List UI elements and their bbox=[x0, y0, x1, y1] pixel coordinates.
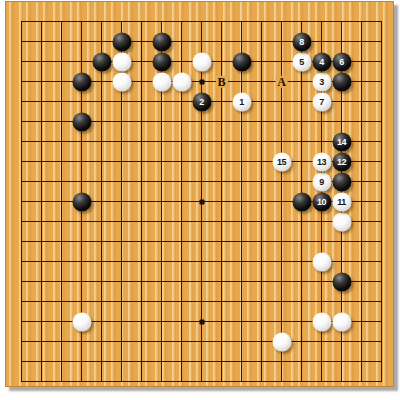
move-number: 6 bbox=[339, 57, 344, 66]
stone-white bbox=[332, 312, 351, 331]
star-point bbox=[199, 319, 204, 324]
stone-white bbox=[332, 212, 351, 231]
grid-line-horizontal bbox=[21, 381, 382, 382]
grid-line-vertical bbox=[361, 21, 362, 382]
grid-line-vertical bbox=[261, 21, 262, 382]
move-7-stone-white: 7 bbox=[312, 92, 331, 111]
stone-black bbox=[232, 52, 251, 71]
move-13-stone-white: 13 bbox=[312, 152, 331, 171]
stone-white bbox=[112, 52, 131, 71]
stone-black bbox=[332, 272, 351, 291]
go-diagram-page: 123456789101112131415AB bbox=[0, 0, 400, 400]
grid-line-horizontal bbox=[21, 361, 382, 362]
move-9-stone-white: 9 bbox=[312, 172, 331, 191]
stone-white bbox=[272, 332, 291, 351]
stone-black bbox=[332, 172, 351, 191]
grid-line-horizontal bbox=[21, 241, 382, 242]
move-1-stone-white: 1 bbox=[232, 92, 251, 111]
grid-line-vertical bbox=[381, 21, 382, 382]
move-11-stone-white: 11 bbox=[332, 192, 351, 211]
move-number: 2 bbox=[199, 97, 204, 106]
move-14-stone-black: 14 bbox=[332, 132, 351, 151]
move-number: 10 bbox=[317, 197, 326, 206]
move-4-stone-black: 4 bbox=[312, 52, 331, 71]
move-number: 5 bbox=[299, 57, 304, 66]
move-number: 3 bbox=[319, 77, 324, 86]
stone-black bbox=[332, 72, 351, 91]
move-2-stone-black: 2 bbox=[192, 92, 211, 111]
point-label-B: B bbox=[215, 75, 227, 87]
stone-black bbox=[72, 112, 91, 131]
grid-line-vertical bbox=[241, 21, 242, 382]
stone-white bbox=[312, 312, 331, 331]
stone-black bbox=[112, 32, 131, 51]
move-12-stone-black: 12 bbox=[332, 152, 351, 171]
grid-line-horizontal bbox=[21, 301, 382, 302]
stone-black bbox=[72, 192, 91, 211]
move-number: 11 bbox=[337, 197, 346, 206]
move-8-stone-black: 8 bbox=[292, 32, 311, 51]
move-number: 4 bbox=[319, 57, 324, 66]
move-3-stone-white: 3 bbox=[312, 72, 331, 91]
stone-white bbox=[152, 72, 171, 91]
move-15-stone-white: 15 bbox=[272, 152, 291, 171]
move-number: 1 bbox=[239, 97, 244, 106]
go-board: 123456789101112131415AB bbox=[5, 1, 394, 387]
move-number: 12 bbox=[337, 157, 346, 166]
stone-black bbox=[152, 52, 171, 71]
star-point bbox=[199, 199, 204, 204]
star-point bbox=[199, 79, 204, 84]
move-number: 9 bbox=[319, 177, 324, 186]
move-10-stone-black: 10 bbox=[312, 192, 331, 211]
stone-black bbox=[152, 32, 171, 51]
move-number: 14 bbox=[337, 137, 346, 146]
move-number: 13 bbox=[317, 157, 326, 166]
stone-white bbox=[72, 312, 91, 331]
grid-line-horizontal bbox=[21, 221, 382, 222]
move-5-stone-white: 5 bbox=[292, 52, 311, 71]
move-number: 8 bbox=[299, 37, 304, 46]
move-6-stone-black: 6 bbox=[332, 52, 351, 71]
grid-line-horizontal bbox=[21, 341, 382, 342]
move-number: 7 bbox=[319, 97, 324, 106]
point-label-A: A bbox=[275, 75, 288, 87]
stone-white bbox=[172, 72, 191, 91]
move-number: 15 bbox=[277, 157, 286, 166]
stone-white bbox=[312, 252, 331, 271]
grid-line-horizontal bbox=[21, 281, 382, 282]
stone-black bbox=[292, 192, 311, 211]
stone-black bbox=[72, 72, 91, 91]
stone-white bbox=[112, 72, 131, 91]
stone-black bbox=[92, 52, 111, 71]
stone-white bbox=[192, 52, 211, 71]
